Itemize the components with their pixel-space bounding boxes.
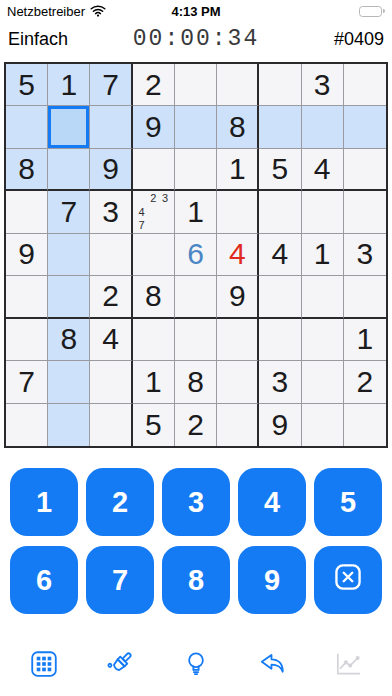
cell-r6c3[interactable]: 2: [90, 276, 132, 318]
cell-r7c8[interactable]: [302, 319, 344, 361]
stats-icon: [333, 649, 363, 682]
key-2[interactable]: 2: [86, 468, 154, 536]
cell-r5c5[interactable]: 6: [175, 234, 217, 276]
cell-r4c7[interactable]: [259, 191, 301, 233]
key-5[interactable]: 5: [314, 468, 382, 536]
undo-button[interactable]: [250, 646, 294, 684]
key-4[interactable]: 4: [238, 468, 306, 536]
cell-r5c3[interactable]: [90, 234, 132, 276]
key-3[interactable]: 3: [162, 468, 230, 536]
cell-r9c4[interactable]: 5: [133, 404, 175, 446]
sudoku-board: 517239889154732347196441328984171832529: [4, 62, 388, 448]
cell-r8c2[interactable]: [48, 361, 90, 403]
cell-digit: 8: [187, 367, 204, 397]
cell-r5c9[interactable]: 3: [344, 234, 386, 276]
cell-digit: 3: [102, 197, 119, 227]
cell-r1c9[interactable]: [344, 64, 386, 106]
status-bar: Netzbetreiber 4:13 PM: [0, 0, 392, 22]
cell-digit: 8: [229, 112, 246, 142]
cell-r3c3[interactable]: 9: [90, 149, 132, 191]
cell-r4c1[interactable]: [6, 191, 48, 233]
cell-r4c4[interactable]: 2347: [133, 191, 175, 233]
cell-r5c4[interactable]: [133, 234, 175, 276]
cell-r4c6[interactable]: [217, 191, 259, 233]
cell-r5c1[interactable]: 9: [6, 234, 48, 276]
cell-digit: 1: [60, 70, 77, 100]
new-board-button[interactable]: [22, 646, 66, 684]
cell-r9c8[interactable]: [302, 404, 344, 446]
cell-r4c2[interactable]: 7: [48, 191, 90, 233]
cell-r6c9[interactable]: [344, 276, 386, 318]
cell-r7c6[interactable]: [217, 319, 259, 361]
stats-button[interactable]: [326, 646, 370, 684]
key-8[interactable]: 8: [162, 546, 230, 614]
cell-digit: 8: [60, 324, 77, 354]
cell-r2c7[interactable]: [259, 106, 301, 148]
cell-r3c7[interactable]: 5: [259, 149, 301, 191]
cell-digit: 2: [357, 367, 374, 397]
cell-r9c7[interactable]: 9: [259, 404, 301, 446]
cell-r2c3[interactable]: [90, 106, 132, 148]
cell-digit: 9: [145, 112, 162, 142]
undo-icon: [257, 649, 287, 682]
cell-r1c8[interactable]: 3: [302, 64, 344, 106]
clear-cell-icon: [333, 562, 363, 599]
cell-digit: 7: [18, 367, 35, 397]
cell-digit: 8: [145, 281, 162, 311]
cell-r1c4[interactable]: 2: [133, 64, 175, 106]
cell-digit: 7: [60, 197, 77, 227]
cell-digit: 1: [145, 367, 162, 397]
status-time: 4:13 PM: [0, 4, 392, 19]
cell-digit: 3: [314, 70, 331, 100]
cell-r8c7[interactable]: 3: [259, 361, 301, 403]
cell-r5c6[interactable]: 4: [217, 234, 259, 276]
cell-r1c3[interactable]: 7: [90, 64, 132, 106]
cell-digit: 4: [272, 239, 289, 269]
cell-r7c5[interactable]: [175, 319, 217, 361]
cell-r4c8[interactable]: [302, 191, 344, 233]
delete-button[interactable]: [314, 546, 382, 614]
cell-r4c9[interactable]: [344, 191, 386, 233]
cell-r8c8[interactable]: [302, 361, 344, 403]
cell-r8c9[interactable]: 2: [344, 361, 386, 403]
cell-r1c6[interactable]: [217, 64, 259, 106]
theme-button[interactable]: [98, 646, 142, 684]
cell-digit: 1: [229, 154, 246, 184]
cell-r1c7[interactable]: [259, 64, 301, 106]
keypad-row-1: 12345: [10, 468, 382, 536]
cell-r7c9[interactable]: 1: [344, 319, 386, 361]
cell-r9c6[interactable]: [217, 404, 259, 446]
cell-r3c5[interactable]: [175, 149, 217, 191]
cell-r3c4[interactable]: [133, 149, 175, 191]
cell-r8c4[interactable]: 1: [133, 361, 175, 403]
cell-r7c4[interactable]: [133, 319, 175, 361]
bottom-toolbar: [0, 646, 392, 684]
cell-digit: 9: [18, 239, 35, 269]
header: Einfach 00:00:34 #0409: [0, 22, 392, 54]
cell-r7c2[interactable]: 8: [48, 319, 90, 361]
board-icon: [29, 649, 59, 682]
cell-r6c8[interactable]: [302, 276, 344, 318]
cell-r7c1[interactable]: [6, 319, 48, 361]
cell-r8c1[interactable]: 7: [6, 361, 48, 403]
cell-r6c2[interactable]: [48, 276, 90, 318]
cell-r3c8[interactable]: 4: [302, 149, 344, 191]
cell-r2c9[interactable]: [344, 106, 386, 148]
key-9[interactable]: 9: [238, 546, 306, 614]
cell-digit: 9: [229, 281, 246, 311]
cell-digit: 9: [102, 154, 119, 184]
keypad-row-2: 6789: [10, 546, 382, 614]
cell-r5c7[interactable]: 4: [259, 234, 301, 276]
cell-digit: 5: [272, 154, 289, 184]
cell-r8c5[interactable]: 8: [175, 361, 217, 403]
key-1[interactable]: 1: [10, 468, 78, 536]
cell-r7c7[interactable]: [259, 319, 301, 361]
candidate-marks: 2347: [136, 192, 171, 231]
key-6[interactable]: 6: [10, 546, 78, 614]
cell-r3c2[interactable]: [48, 149, 90, 191]
timer: 00:00:34: [0, 26, 392, 52]
cell-r9c1[interactable]: [6, 404, 48, 446]
cell-r9c9[interactable]: [344, 404, 386, 446]
cell-digit: 2: [102, 281, 119, 311]
cell-digit: 3: [272, 367, 289, 397]
cell-r3c9[interactable]: [344, 149, 386, 191]
cell-r2c1[interactable]: [6, 106, 48, 148]
cell-digit: 9: [272, 410, 289, 440]
hint-button[interactable]: [174, 646, 218, 684]
cell-digit: 5: [18, 70, 35, 100]
cell-digit: 5: [145, 410, 162, 440]
cell-digit: 7: [102, 70, 119, 100]
cell-r6c1[interactable]: [6, 276, 48, 318]
cell-digit: 2: [187, 410, 204, 440]
cell-r4c5[interactable]: 1: [175, 191, 217, 233]
cell-r3c6[interactable]: 1: [217, 149, 259, 191]
cell-r6c7[interactable]: [259, 276, 301, 318]
paintbrush-icon: [105, 649, 135, 682]
cell-digit: 6: [187, 239, 204, 269]
cell-r4c3[interactable]: 3: [90, 191, 132, 233]
cell-r7c3[interactable]: 4: [90, 319, 132, 361]
cell-digit: 4: [229, 239, 246, 269]
cell-digit: 4: [314, 154, 331, 184]
cell-r2c8[interactable]: [302, 106, 344, 148]
cell-r2c2[interactable]: [48, 106, 90, 148]
cell-digit: 3: [357, 239, 374, 269]
cell-digit: 4: [102, 324, 119, 354]
cell-r9c3[interactable]: [90, 404, 132, 446]
cell-r1c2[interactable]: 1: [48, 64, 90, 106]
cell-r2c5[interactable]: [175, 106, 217, 148]
cell-r3c1[interactable]: 8: [6, 149, 48, 191]
cell-digit: 1: [187, 197, 204, 227]
cell-r6c4[interactable]: 8: [133, 276, 175, 318]
cell-digit: 1: [314, 239, 331, 269]
lightbulb-icon: [181, 649, 211, 682]
cell-r8c6[interactable]: [217, 361, 259, 403]
cell-r2c4[interactable]: 9: [133, 106, 175, 148]
cell-r9c5[interactable]: 2: [175, 404, 217, 446]
cell-r8c3[interactable]: [90, 361, 132, 403]
cell-r1c1[interactable]: 5: [6, 64, 48, 106]
cell-digit: 1: [357, 324, 374, 354]
key-7[interactable]: 7: [86, 546, 154, 614]
cell-r6c6[interactable]: 9: [217, 276, 259, 318]
keypad: 12345 6789: [0, 468, 392, 614]
cell-r5c2[interactable]: [48, 234, 90, 276]
cell-r9c2[interactable]: [48, 404, 90, 446]
cell-r6c5[interactable]: [175, 276, 217, 318]
cell-r2c6[interactable]: 8: [217, 106, 259, 148]
cell-digit: 2: [145, 70, 162, 100]
cell-r5c8[interactable]: 1: [302, 234, 344, 276]
cell-r1c5[interactable]: [175, 64, 217, 106]
cell-digit: 8: [18, 154, 35, 184]
